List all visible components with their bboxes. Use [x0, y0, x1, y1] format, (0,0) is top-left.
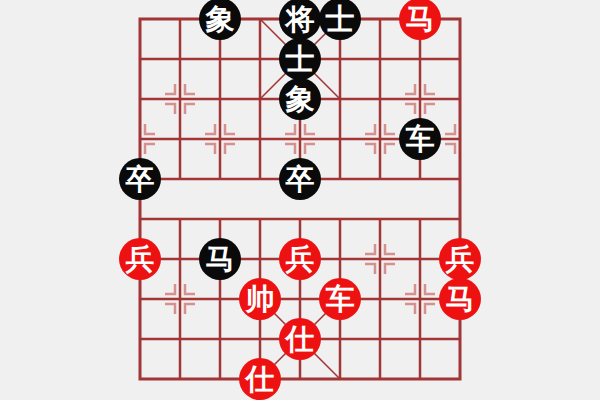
xiangqi-screenshot: 象将士马士象车卒卒兵马兵兵帅车马仕仕 [0, 0, 600, 400]
board-grid: 象将士马士象车卒卒兵马兵兵帅车马仕仕 [120, 0, 480, 399]
board-cell[interactable] [120, 359, 160, 399]
board-cell[interactable]: 帅 [240, 279, 280, 319]
board-cell[interactable] [320, 119, 360, 159]
board-cell[interactable]: 仕 [240, 359, 280, 399]
board-cell[interactable] [200, 79, 240, 119]
red-horse[interactable]: 马 [439, 278, 481, 320]
board-cell[interactable] [240, 119, 280, 159]
board-cell[interactable] [200, 39, 240, 79]
board-cell[interactable] [160, 119, 200, 159]
board-cell[interactable] [400, 199, 440, 239]
board-cell[interactable]: 象 [280, 79, 320, 119]
board-cell[interactable]: 士 [280, 39, 320, 79]
board-cell[interactable] [400, 359, 440, 399]
board-cell[interactable] [120, 0, 160, 39]
board-cell[interactable] [160, 279, 200, 319]
board-cell[interactable] [320, 359, 360, 399]
black-elephant[interactable]: 象 [199, 0, 241, 40]
board-cell[interactable] [360, 79, 400, 119]
red-pawn[interactable]: 兵 [119, 238, 161, 280]
board-cell[interactable] [400, 319, 440, 359]
board-cell[interactable] [200, 159, 240, 199]
board-cell[interactable] [160, 319, 200, 359]
board-cell[interactable] [200, 279, 240, 319]
board-cell[interactable] [440, 359, 480, 399]
board-cell[interactable] [200, 119, 240, 159]
board-cell[interactable]: 将 [280, 0, 320, 39]
board-cell[interactable]: 车 [320, 279, 360, 319]
board-cell[interactable]: 兵 [280, 239, 320, 279]
board-cell[interactable] [400, 79, 440, 119]
black-advisor[interactable]: 士 [319, 0, 361, 40]
board-cell[interactable] [240, 0, 280, 39]
board-cell[interactable]: 兵 [120, 239, 160, 279]
board-cell[interactable] [320, 39, 360, 79]
black-pawn[interactable]: 卒 [279, 158, 321, 200]
black-chariot[interactable]: 车 [399, 118, 441, 160]
red-general[interactable]: 帅 [239, 278, 281, 320]
board-cell[interactable] [400, 279, 440, 319]
board-cell[interactable] [320, 79, 360, 119]
board-cell[interactable]: 象 [200, 0, 240, 39]
board-cell[interactable] [240, 199, 280, 239]
board-cell[interactable] [320, 199, 360, 239]
black-general[interactable]: 将 [279, 0, 321, 40]
board-cell[interactable] [200, 199, 240, 239]
board-cell[interactable] [240, 159, 280, 199]
board-cell[interactable] [360, 119, 400, 159]
board-cell[interactable]: 卒 [120, 159, 160, 199]
board-cell[interactable] [160, 0, 200, 39]
board-cell[interactable] [280, 199, 320, 239]
red-pawn[interactable]: 兵 [279, 238, 321, 280]
red-advisor[interactable]: 仕 [279, 318, 321, 360]
board-cell[interactable] [360, 159, 400, 199]
board-cell[interactable] [240, 79, 280, 119]
board-cell[interactable] [280, 359, 320, 399]
board-cell[interactable] [440, 39, 480, 79]
board-cell[interactable] [320, 159, 360, 199]
board-cell[interactable] [160, 199, 200, 239]
board-cell[interactable] [440, 119, 480, 159]
board-cell[interactable]: 马 [400, 0, 440, 39]
board-cell[interactable] [200, 359, 240, 399]
board-cell[interactable] [120, 39, 160, 79]
board-cell[interactable]: 仕 [280, 319, 320, 359]
black-advisor[interactable]: 士 [279, 38, 321, 80]
board-cell[interactable] [320, 239, 360, 279]
board-cell[interactable]: 卒 [280, 159, 320, 199]
board-cell[interactable] [440, 159, 480, 199]
board-cell[interactable] [360, 319, 400, 359]
board-cell[interactable] [160, 239, 200, 279]
board-cell[interactable] [360, 239, 400, 279]
board-cell[interactable] [440, 0, 480, 39]
board-cell[interactable] [120, 199, 160, 239]
board-cell[interactable] [440, 319, 480, 359]
black-pawn[interactable]: 卒 [119, 158, 161, 200]
board-cell[interactable] [360, 199, 400, 239]
board-cell[interactable] [240, 239, 280, 279]
board-cell[interactable] [160, 359, 200, 399]
board-cell[interactable] [160, 39, 200, 79]
board-cell[interactable] [360, 0, 400, 39]
board-cell[interactable] [200, 319, 240, 359]
board-cell[interactable] [240, 39, 280, 79]
black-horse[interactable]: 马 [199, 238, 241, 280]
board-cell[interactable] [400, 239, 440, 279]
board-cell[interactable]: 车 [400, 119, 440, 159]
board-cell[interactable]: 马 [440, 279, 480, 319]
board-cell[interactable]: 士 [320, 0, 360, 39]
board-cell[interactable]: 兵 [440, 239, 480, 279]
board-cell[interactable] [360, 39, 400, 79]
board-cell[interactable] [120, 79, 160, 119]
board-cell[interactable] [440, 199, 480, 239]
board-cell[interactable] [400, 39, 440, 79]
board-cell[interactable] [160, 159, 200, 199]
red-pawn[interactable]: 兵 [439, 238, 481, 280]
board-cell[interactable] [240, 319, 280, 359]
black-elephant[interactable]: 象 [279, 78, 321, 120]
board-cell[interactable]: 马 [200, 239, 240, 279]
board-cell[interactable] [120, 279, 160, 319]
board-cell[interactable] [440, 79, 480, 119]
board-cell[interactable] [120, 119, 160, 159]
board-cell[interactable] [400, 159, 440, 199]
red-chariot[interactable]: 车 [319, 278, 361, 320]
board-cell[interactable] [160, 79, 200, 119]
board-cell[interactable] [280, 279, 320, 319]
red-advisor[interactable]: 仕 [239, 358, 281, 400]
board-cell[interactable] [360, 279, 400, 319]
board-cell[interactable] [320, 319, 360, 359]
board-cell[interactable] [120, 319, 160, 359]
xiangqi-board: 象将士马士象车卒卒兵马兵兵帅车马仕仕 [0, 0, 600, 400]
red-horse[interactable]: 马 [399, 0, 441, 40]
board-cell[interactable] [280, 119, 320, 159]
board-cell[interactable] [360, 359, 400, 399]
